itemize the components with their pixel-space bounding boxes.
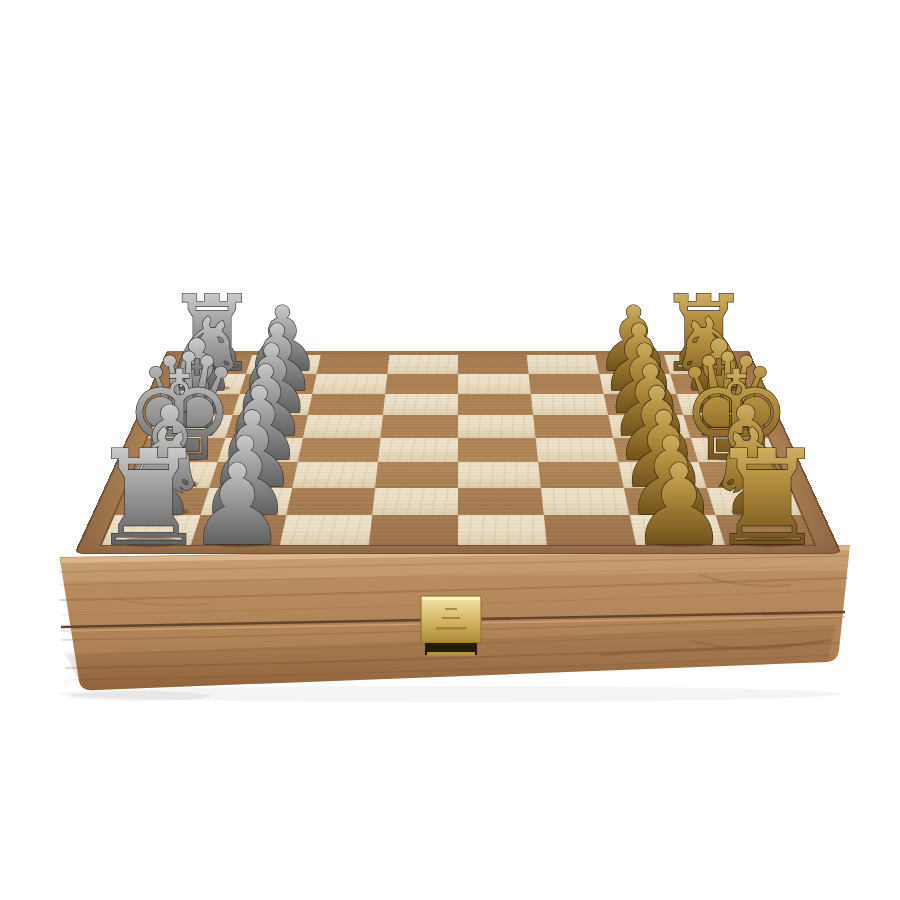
square-a2 xyxy=(246,355,321,374)
square-e1 xyxy=(138,438,226,462)
square-c3 xyxy=(308,394,385,415)
square-f1 xyxy=(126,462,217,488)
square-d7 xyxy=(608,415,690,438)
square-a3 xyxy=(317,355,390,374)
square-c1 xyxy=(158,394,240,415)
board-grid xyxy=(100,355,817,546)
square-g7 xyxy=(624,488,716,516)
chess-board xyxy=(74,351,842,554)
square-h2 xyxy=(191,515,286,545)
square-b8 xyxy=(670,374,749,394)
clasp xyxy=(421,596,481,656)
square-g2 xyxy=(200,488,292,516)
square-c8 xyxy=(676,394,758,415)
square-a7 xyxy=(595,355,670,374)
square-b4 xyxy=(385,374,458,394)
square-f6 xyxy=(538,462,624,488)
square-a4 xyxy=(387,355,458,374)
square-e4 xyxy=(378,438,458,462)
square-d8 xyxy=(683,415,768,438)
square-e7 xyxy=(613,438,698,462)
square-d4 xyxy=(380,415,458,438)
square-b6 xyxy=(529,374,604,394)
square-h5 xyxy=(458,515,547,545)
square-g8 xyxy=(707,488,802,516)
square-c2 xyxy=(233,394,313,415)
square-c4 xyxy=(383,394,458,415)
square-a5 xyxy=(458,355,529,374)
square-h8 xyxy=(716,515,815,545)
square-d6 xyxy=(533,415,613,438)
square-c6 xyxy=(531,394,608,415)
chess-set-photo: ♜♟♟♜♞♟♟♞♝♟♟♝♛♟♟♛♚♟♟♚♝♟♟♝♞♟♟♞♜♟♟♜ xyxy=(0,0,900,900)
square-g1 xyxy=(115,488,210,516)
square-h7 xyxy=(630,515,725,545)
square-a6 xyxy=(527,355,600,374)
square-d3 xyxy=(303,415,383,438)
square-f8 xyxy=(698,462,789,488)
square-b2 xyxy=(240,374,317,394)
square-f7 xyxy=(618,462,706,488)
square-g5 xyxy=(458,488,544,516)
square-c5 xyxy=(458,394,533,415)
square-c7 xyxy=(604,394,684,415)
square-g6 xyxy=(541,488,630,516)
square-d2 xyxy=(225,415,307,438)
square-b5 xyxy=(458,374,531,394)
square-f3 xyxy=(292,462,378,488)
square-b1 xyxy=(167,374,246,394)
square-h1 xyxy=(102,515,201,545)
square-h3 xyxy=(280,515,372,545)
clasp-engraving xyxy=(445,608,457,610)
square-e3 xyxy=(298,438,381,462)
square-f5 xyxy=(458,462,541,488)
square-f2 xyxy=(209,462,297,488)
square-f4 xyxy=(375,462,458,488)
square-e5 xyxy=(458,438,538,462)
square-a8 xyxy=(664,355,741,374)
square-h6 xyxy=(544,515,636,545)
square-d5 xyxy=(458,415,536,438)
square-e6 xyxy=(536,438,619,462)
square-b3 xyxy=(312,374,387,394)
square-e8 xyxy=(691,438,779,462)
square-h4 xyxy=(369,515,458,545)
square-e2 xyxy=(218,438,303,462)
square-d1 xyxy=(148,415,233,438)
square-g4 xyxy=(372,488,458,516)
square-a1 xyxy=(175,355,252,374)
square-g3 xyxy=(286,488,375,516)
square-b7 xyxy=(599,374,676,394)
